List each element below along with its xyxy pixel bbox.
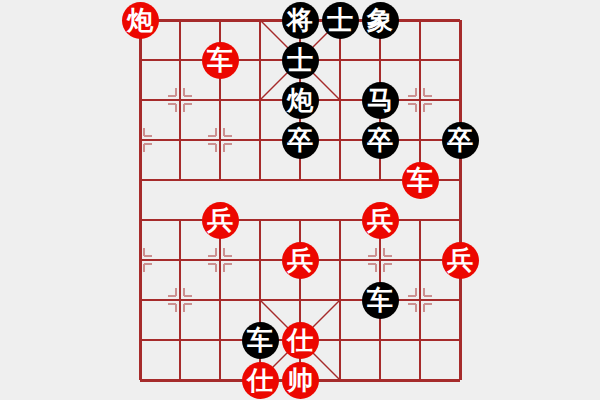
piece-black-cannon[interactable]: 炮 <box>282 82 319 119</box>
piece-black-pawn[interactable]: 卒 <box>282 122 319 159</box>
piece-red-chariot[interactable]: 车 <box>202 42 239 79</box>
piece-black-elephant[interactable]: 象 <box>362 2 399 39</box>
piece-red-general[interactable]: 帅 <box>282 362 319 399</box>
piece-black-pawn[interactable]: 卒 <box>442 122 479 159</box>
piece-black-chariot[interactable]: 车 <box>362 282 399 319</box>
piece-red-cannon[interactable]: 炮 <box>122 2 159 39</box>
piece-red-pawn[interactable]: 兵 <box>362 202 399 239</box>
piece-red-pawn[interactable]: 兵 <box>282 242 319 279</box>
piece-red-advisor[interactable]: 仕 <box>242 362 279 399</box>
piece-red-pawn[interactable]: 兵 <box>202 202 239 239</box>
piece-red-pawn[interactable]: 兵 <box>442 242 479 279</box>
pieces-layer: 炮车车兵兵兵兵仕仕帅将士象士炮马卒卒卒车车 <box>120 0 480 400</box>
xiangqi-board-screen: 炮车车兵兵兵兵仕仕帅将士象士炮马卒卒卒车车 <box>0 0 600 400</box>
piece-black-general[interactable]: 将 <box>282 2 319 39</box>
piece-black-advisor[interactable]: 士 <box>322 2 359 39</box>
piece-black-horse[interactable]: 马 <box>362 82 399 119</box>
piece-red-chariot[interactable]: 车 <box>402 162 439 199</box>
piece-red-advisor[interactable]: 仕 <box>282 322 319 359</box>
piece-black-chariot[interactable]: 车 <box>242 322 279 359</box>
piece-black-advisor[interactable]: 士 <box>282 42 319 79</box>
piece-black-pawn[interactable]: 卒 <box>362 122 399 159</box>
